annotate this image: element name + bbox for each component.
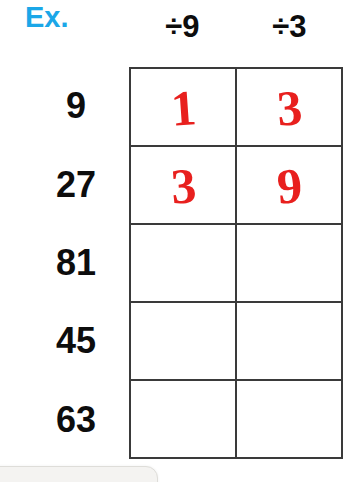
dividend-label-27: 27: [20, 145, 132, 223]
column-header-divide-by-9: ÷9: [129, 8, 236, 50]
dividend-label-45: 45: [20, 302, 132, 380]
answer-cell-r2c2[interactable]: 9: [237, 147, 341, 223]
answer-cell-r4c2[interactable]: [237, 303, 341, 379]
answer-cell-r3c1[interactable]: [131, 225, 235, 301]
bottom-left-panel-corner: [0, 466, 158, 482]
example-label: Ex.: [25, 1, 69, 34]
dividend-label-63: 63: [20, 381, 132, 459]
answer-cell-r3c2[interactable]: [237, 225, 341, 301]
answer-grid: 1 3 3 9: [129, 67, 343, 459]
answer-cell-r5c1[interactable]: [131, 381, 235, 457]
answer-value: 3: [275, 80, 304, 134]
answer-value: 9: [275, 158, 304, 212]
dividend-labels: 9 27 81 45 63: [20, 67, 132, 459]
dividend-label-9: 9: [20, 67, 132, 145]
worksheet-page: Ex. ÷9 ÷3 9 27 81 45 63 1 3 3 9: [0, 0, 354, 482]
answer-value: 3: [169, 158, 198, 212]
answer-cell-r2c1[interactable]: 3: [131, 147, 235, 223]
dividend-label-81: 81: [20, 224, 132, 302]
answer-cell-r1c2[interactable]: 3: [237, 69, 341, 145]
answer-cell-r5c2[interactable]: [237, 381, 341, 457]
answer-value: 1: [169, 80, 198, 134]
answer-cell-r1c1[interactable]: 1: [131, 69, 235, 145]
column-header-divide-by-3: ÷3: [236, 8, 343, 50]
column-headers: ÷9 ÷3: [129, 8, 343, 50]
answer-cell-r4c1[interactable]: [131, 303, 235, 379]
